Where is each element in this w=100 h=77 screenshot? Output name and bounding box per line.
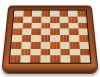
- square-c8[interactable]: [32, 10, 41, 16]
- square-e2[interactable]: [50, 48, 60, 55]
- square-g1[interactable]: [70, 55, 80, 62]
- square-e7[interactable]: [50, 16, 59, 22]
- square-f6[interactable]: [59, 22, 68, 28]
- square-h4[interactable]: [78, 35, 88, 42]
- square-a7[interactable]: [13, 16, 23, 22]
- square-c7[interactable]: [32, 16, 41, 22]
- square-d8[interactable]: [41, 10, 50, 16]
- square-c1[interactable]: [30, 55, 40, 62]
- square-h6[interactable]: [78, 22, 88, 28]
- square-e1[interactable]: [50, 55, 60, 62]
- square-g8[interactable]: [68, 10, 77, 16]
- square-g2[interactable]: [70, 48, 80, 55]
- square-g7[interactable]: [68, 16, 77, 22]
- square-g3[interactable]: [69, 41, 79, 48]
- square-e5[interactable]: [50, 28, 59, 34]
- square-d2[interactable]: [40, 48, 50, 55]
- chess-board-frame: [1, 5, 99, 73]
- square-b8[interactable]: [23, 10, 32, 16]
- square-d6[interactable]: [41, 22, 50, 28]
- square-a1[interactable]: [10, 55, 21, 62]
- square-a6[interactable]: [13, 22, 23, 28]
- square-e3[interactable]: [50, 41, 60, 48]
- square-d1[interactable]: [40, 55, 50, 62]
- square-d3[interactable]: [40, 41, 50, 48]
- square-a5[interactable]: [12, 28, 22, 34]
- square-f7[interactable]: [59, 16, 68, 22]
- square-f1[interactable]: [60, 55, 70, 62]
- square-d7[interactable]: [41, 16, 50, 22]
- square-h7[interactable]: [77, 16, 87, 22]
- square-f2[interactable]: [60, 48, 70, 55]
- square-b3[interactable]: [21, 41, 31, 48]
- square-g4[interactable]: [69, 35, 79, 42]
- square-h5[interactable]: [78, 28, 88, 34]
- square-b4[interactable]: [21, 35, 31, 42]
- square-h8[interactable]: [77, 10, 86, 16]
- square-b2[interactable]: [20, 48, 30, 55]
- square-g5[interactable]: [69, 28, 79, 34]
- square-h1[interactable]: [80, 55, 91, 62]
- square-b1[interactable]: [20, 55, 30, 62]
- square-c3[interactable]: [30, 41, 40, 48]
- square-d4[interactable]: [40, 35, 50, 42]
- square-f3[interactable]: [60, 41, 70, 48]
- square-f5[interactable]: [59, 28, 69, 34]
- square-f4[interactable]: [59, 35, 69, 42]
- square-f8[interactable]: [59, 10, 68, 16]
- square-c4[interactable]: [31, 35, 41, 42]
- square-a2[interactable]: [10, 48, 20, 55]
- square-d5[interactable]: [41, 28, 50, 34]
- square-g6[interactable]: [68, 22, 78, 28]
- square-a3[interactable]: [11, 41, 21, 48]
- square-c2[interactable]: [30, 48, 40, 55]
- chess-board-grid: [9, 9, 92, 63]
- square-h2[interactable]: [79, 48, 89, 55]
- square-a8[interactable]: [14, 10, 23, 16]
- square-b7[interactable]: [22, 16, 31, 22]
- square-h3[interactable]: [79, 41, 89, 48]
- square-e4[interactable]: [50, 35, 60, 42]
- square-c5[interactable]: [31, 28, 41, 34]
- square-c6[interactable]: [31, 22, 40, 28]
- square-b6[interactable]: [22, 22, 32, 28]
- square-b5[interactable]: [22, 28, 32, 34]
- square-a4[interactable]: [12, 35, 22, 42]
- square-e6[interactable]: [50, 22, 59, 28]
- photo-background: [0, 0, 100, 77]
- square-e8[interactable]: [50, 10, 59, 16]
